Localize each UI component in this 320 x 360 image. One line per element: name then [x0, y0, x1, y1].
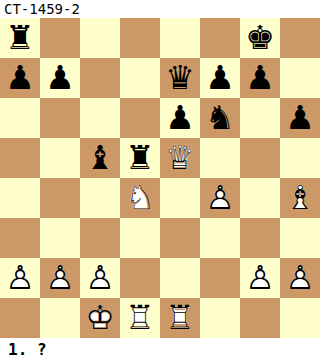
square-a3[interactable] [0, 218, 40, 258]
square-d5[interactable]: ♜ [120, 138, 160, 178]
piece-glyph-stroke: ♕ [160, 138, 200, 178]
piece-glyph-stroke: ♙ [80, 258, 120, 298]
square-b7[interactable]: ♟ [40, 58, 80, 98]
square-a8[interactable]: ♜ [0, 18, 40, 58]
piece-white-knight: ♞♘ [120, 178, 160, 218]
square-f8[interactable] [200, 18, 240, 58]
square-b4[interactable] [40, 178, 80, 218]
piece-glyph-stroke: ♖ [120, 298, 160, 338]
piece-glyph-stroke: ♖ [160, 298, 200, 338]
square-h2[interactable]: ♟♙ [280, 258, 320, 298]
square-f1[interactable] [200, 298, 240, 338]
square-h5[interactable] [280, 138, 320, 178]
square-c2[interactable]: ♟♙ [80, 258, 120, 298]
piece-glyph-stroke: ♙ [40, 258, 80, 298]
chess-board: ♜♚♟♟♛♟♟♟♞♟♝♜♛♕♞♘♟♙♝♗♟♙♟♙♟♙♟♙♟♙♚♔♜♖♜♖ [0, 18, 320, 338]
piece-white-pawn: ♟♙ [280, 258, 320, 298]
piece-glyph-stroke: ♙ [0, 258, 40, 298]
square-c8[interactable] [80, 18, 120, 58]
square-g5[interactable] [240, 138, 280, 178]
piece-glyph-stroke: ♙ [200, 178, 240, 218]
square-h7[interactable] [280, 58, 320, 98]
piece-glyph-stroke: ♙ [280, 258, 320, 298]
square-d1[interactable]: ♜♖ [120, 298, 160, 338]
square-e3[interactable] [160, 218, 200, 258]
square-d2[interactable] [120, 258, 160, 298]
square-f2[interactable] [200, 258, 240, 298]
piece-black-knight: ♞ [200, 98, 240, 138]
puzzle-title-bar: CT-1459-2 [0, 0, 320, 18]
square-g3[interactable] [240, 218, 280, 258]
square-a6[interactable] [0, 98, 40, 138]
square-c4[interactable] [80, 178, 120, 218]
square-h3[interactable] [280, 218, 320, 258]
piece-black-pawn: ♟ [240, 58, 280, 98]
piece-black-pawn: ♟ [0, 58, 40, 98]
square-c7[interactable] [80, 58, 120, 98]
square-c3[interactable] [80, 218, 120, 258]
piece-black-pawn: ♟ [160, 98, 200, 138]
move-prompt-text: 1. ? [8, 340, 47, 359]
piece-white-queen: ♛♕ [160, 138, 200, 178]
piece-black-pawn: ♟ [280, 98, 320, 138]
square-e5[interactable]: ♛♕ [160, 138, 200, 178]
square-f7[interactable]: ♟ [200, 58, 240, 98]
square-a4[interactable] [0, 178, 40, 218]
square-c6[interactable] [80, 98, 120, 138]
piece-white-pawn: ♟♙ [0, 258, 40, 298]
piece-white-bishop: ♝♗ [280, 178, 320, 218]
piece-black-bishop: ♝ [80, 138, 120, 178]
square-b1[interactable] [40, 298, 80, 338]
square-d8[interactable] [120, 18, 160, 58]
square-e4[interactable] [160, 178, 200, 218]
puzzle-title: CT-1459-2 [4, 1, 80, 17]
piece-white-pawn: ♟♙ [80, 258, 120, 298]
square-b6[interactable] [40, 98, 80, 138]
square-c1[interactable]: ♚♔ [80, 298, 120, 338]
square-f6[interactable]: ♞ [200, 98, 240, 138]
square-e8[interactable] [160, 18, 200, 58]
piece-glyph-stroke: ♘ [120, 178, 160, 218]
piece-black-rook: ♜ [0, 18, 40, 58]
square-e2[interactable] [160, 258, 200, 298]
piece-white-rook: ♜♖ [160, 298, 200, 338]
square-b3[interactable] [40, 218, 80, 258]
piece-white-pawn: ♟♙ [240, 258, 280, 298]
square-g7[interactable]: ♟ [240, 58, 280, 98]
square-b2[interactable]: ♟♙ [40, 258, 80, 298]
piece-black-queen: ♛ [160, 58, 200, 98]
square-f3[interactable] [200, 218, 240, 258]
square-b8[interactable] [40, 18, 80, 58]
square-a1[interactable] [0, 298, 40, 338]
piece-white-pawn: ♟♙ [40, 258, 80, 298]
square-b5[interactable] [40, 138, 80, 178]
piece-glyph-stroke: ♗ [280, 178, 320, 218]
piece-black-rook: ♜ [120, 138, 160, 178]
square-e7[interactable]: ♛ [160, 58, 200, 98]
piece-black-pawn: ♟ [40, 58, 80, 98]
square-d4[interactable]: ♞♘ [120, 178, 160, 218]
piece-white-pawn: ♟♙ [200, 178, 240, 218]
square-e1[interactable]: ♜♖ [160, 298, 200, 338]
square-e6[interactable]: ♟ [160, 98, 200, 138]
square-h6[interactable]: ♟ [280, 98, 320, 138]
move-prompt-bar: 1. ? [0, 338, 320, 360]
square-f4[interactable]: ♟♙ [200, 178, 240, 218]
piece-white-rook: ♜♖ [120, 298, 160, 338]
piece-black-king: ♚ [240, 18, 280, 58]
piece-white-king: ♚♔ [80, 298, 120, 338]
square-h4[interactable]: ♝♗ [280, 178, 320, 218]
square-f5[interactable] [200, 138, 240, 178]
square-h1[interactable] [280, 298, 320, 338]
square-g1[interactable] [240, 298, 280, 338]
piece-glyph-stroke: ♔ [80, 298, 120, 338]
piece-black-pawn: ♟ [200, 58, 240, 98]
square-a7[interactable]: ♟ [0, 58, 40, 98]
square-d3[interactable] [120, 218, 160, 258]
square-c5[interactable]: ♝ [80, 138, 120, 178]
square-g2[interactable]: ♟♙ [240, 258, 280, 298]
piece-glyph-stroke: ♙ [240, 258, 280, 298]
square-d6[interactable] [120, 98, 160, 138]
square-a5[interactable] [0, 138, 40, 178]
square-a2[interactable]: ♟♙ [0, 258, 40, 298]
square-g8[interactable]: ♚ [240, 18, 280, 58]
square-g6[interactable] [240, 98, 280, 138]
square-d7[interactable] [120, 58, 160, 98]
square-g4[interactable] [240, 178, 280, 218]
square-h8[interactable] [280, 18, 320, 58]
